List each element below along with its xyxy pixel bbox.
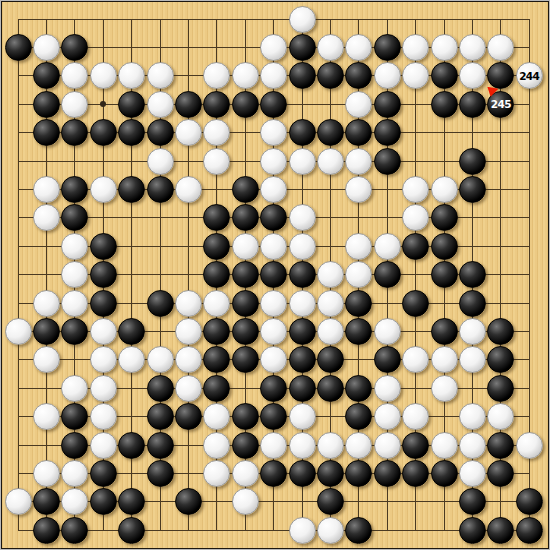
board-intersection[interactable] [89,232,117,260]
board-intersection[interactable] [345,232,373,260]
board-intersection[interactable] [430,374,458,402]
board-intersection[interactable] [260,261,288,289]
board-intersection[interactable] [146,119,174,147]
board-intersection[interactable] [458,346,486,374]
board-intersection[interactable] [118,175,146,203]
board-intersection[interactable] [118,346,146,374]
board-intersection[interactable] [231,488,259,516]
board-intersection[interactable] [61,488,89,516]
board-intersection[interactable] [288,261,316,289]
board-intersection[interactable] [316,175,344,203]
board-intersection[interactable] [174,147,202,175]
board-intersection[interactable] [345,289,373,317]
board-intersection[interactable] [61,431,89,459]
board-intersection[interactable] [32,261,60,289]
board-intersection[interactable] [345,204,373,232]
board-intersection[interactable] [231,62,259,90]
board-intersection[interactable] [89,147,117,175]
board-intersection[interactable] [288,33,316,61]
board-intersection[interactable] [146,90,174,118]
board-intersection[interactable] [288,374,316,402]
board-intersection[interactable] [231,33,259,61]
board-intersection[interactable] [260,147,288,175]
board-intersection[interactable] [203,90,231,118]
board-intersection[interactable] [32,62,60,90]
board-intersection[interactable] [430,346,458,374]
board-intersection[interactable] [89,346,117,374]
board-intersection[interactable] [487,431,515,459]
board-intersection[interactable] [61,33,89,61]
board-intersection[interactable] [487,232,515,260]
board-intersection[interactable] [288,317,316,345]
board-intersection[interactable] [4,33,32,61]
board-intersection[interactable] [118,232,146,260]
board-intersection[interactable] [373,5,401,33]
board-intersection[interactable] [316,33,344,61]
board-intersection[interactable] [373,346,401,374]
board-intersection[interactable] [458,62,486,90]
board-intersection[interactable] [203,175,231,203]
board-intersection[interactable] [174,374,202,402]
board-intersection[interactable] [430,147,458,175]
board-intersection[interactable] [4,204,32,232]
board-intersection[interactable] [487,374,515,402]
board-intersection[interactable] [32,204,60,232]
board-intersection[interactable] [345,459,373,487]
board-intersection[interactable] [316,346,344,374]
board-intersection[interactable] [89,516,117,544]
board-intersection[interactable] [4,5,32,33]
board-intersection[interactable] [203,289,231,317]
board-intersection[interactable] [174,33,202,61]
board-intersection[interactable] [373,90,401,118]
board-intersection[interactable] [458,204,486,232]
board-intersection[interactable] [146,175,174,203]
board-intersection[interactable] [32,90,60,118]
board-intersection[interactable] [61,175,89,203]
board-intersection[interactable] [458,119,486,147]
board-intersection[interactable] [430,431,458,459]
board-intersection[interactable] [174,459,202,487]
board-intersection[interactable] [288,402,316,430]
board-intersection[interactable] [4,346,32,374]
board-intersection[interactable] [345,90,373,118]
board-intersection[interactable] [345,175,373,203]
board-intersection[interactable] [32,374,60,402]
board-intersection[interactable] [61,402,89,430]
board-intersection[interactable] [487,346,515,374]
board-intersection[interactable] [89,119,117,147]
board-intersection[interactable] [430,261,458,289]
board-intersection[interactable] [203,488,231,516]
board-intersection[interactable] [515,402,543,430]
board-intersection[interactable] [316,147,344,175]
board-intersection[interactable] [32,33,60,61]
board-intersection[interactable] [515,204,543,232]
board-intersection[interactable] [430,289,458,317]
board-intersection[interactable] [260,204,288,232]
board-intersection[interactable] [89,317,117,345]
board-intersection[interactable] [89,374,117,402]
board-intersection[interactable] [260,62,288,90]
board-intersection[interactable] [146,147,174,175]
board-intersection[interactable] [118,402,146,430]
board-intersection[interactable] [430,232,458,260]
board-intersection[interactable] [401,232,429,260]
board-intersection[interactable] [316,5,344,33]
board-intersection[interactable] [146,459,174,487]
board-intersection[interactable] [231,346,259,374]
board-intersection[interactable] [174,5,202,33]
board-intersection[interactable] [487,33,515,61]
board-intersection[interactable] [345,431,373,459]
board-intersection[interactable] [515,431,543,459]
board-intersection[interactable] [401,147,429,175]
board-intersection[interactable] [231,402,259,430]
board-intersection[interactable] [146,488,174,516]
board-intersection[interactable] [487,62,515,90]
board-intersection[interactable] [4,62,32,90]
board-intersection[interactable] [288,459,316,487]
board-intersection[interactable] [89,261,117,289]
board-intersection[interactable] [316,232,344,260]
board-intersection[interactable] [174,317,202,345]
board-intersection[interactable] [89,175,117,203]
board-intersection[interactable] [458,317,486,345]
board-intersection[interactable] [401,431,429,459]
board-intersection[interactable] [487,289,515,317]
board-intersection[interactable] [89,33,117,61]
board-intersection[interactable] [458,33,486,61]
board-intersection[interactable] [260,459,288,487]
board-intersection[interactable] [146,232,174,260]
board-intersection[interactable] [32,232,60,260]
board-intersection[interactable] [260,33,288,61]
board-intersection[interactable] [146,374,174,402]
board-intersection[interactable] [288,5,316,33]
board-intersection[interactable] [401,33,429,61]
board-intersection[interactable] [260,431,288,459]
board-intersection[interactable] [32,516,60,544]
board-intersection[interactable] [401,317,429,345]
board-intersection[interactable] [118,488,146,516]
board-intersection[interactable] [458,374,486,402]
board-intersection[interactable] [203,374,231,402]
board-intersection[interactable] [345,62,373,90]
board-intersection[interactable] [4,374,32,402]
board-intersection[interactable] [345,488,373,516]
board-intersection[interactable] [373,516,401,544]
board-intersection[interactable] [174,431,202,459]
board-intersection[interactable] [231,431,259,459]
board-intersection[interactable] [487,175,515,203]
board-intersection[interactable] [458,488,486,516]
board-intersection[interactable] [146,62,174,90]
board-intersection[interactable] [288,488,316,516]
board-intersection[interactable] [260,119,288,147]
board-intersection[interactable] [458,431,486,459]
board-intersection[interactable] [118,204,146,232]
board-intersection[interactable] [32,346,60,374]
board-intersection[interactable] [260,346,288,374]
board-intersection[interactable] [203,147,231,175]
board-intersection[interactable] [231,5,259,33]
board-intersection[interactable] [260,90,288,118]
board-intersection[interactable] [32,459,60,487]
board-intersection[interactable] [430,119,458,147]
board-intersection[interactable] [373,62,401,90]
board-intersection[interactable] [373,33,401,61]
board-intersection[interactable] [231,317,259,345]
board-intersection[interactable] [515,261,543,289]
board-intersection[interactable] [89,431,117,459]
board-intersection[interactable] [4,232,32,260]
board-intersection[interactable] [316,488,344,516]
board-intersection[interactable] [89,62,117,90]
board-intersection[interactable] [146,289,174,317]
board-intersection[interactable] [288,431,316,459]
board-intersection[interactable] [458,175,486,203]
board-intersection[interactable] [4,402,32,430]
board-intersection[interactable] [174,62,202,90]
board-intersection[interactable] [4,90,32,118]
board-intersection[interactable] [203,317,231,345]
board-intersection[interactable] [316,516,344,544]
board-intersection[interactable] [515,459,543,487]
board-intersection[interactable] [4,289,32,317]
board-intersection[interactable] [32,147,60,175]
board-intersection[interactable] [288,175,316,203]
board-intersection[interactable] [458,516,486,544]
board-intersection[interactable] [174,488,202,516]
board-intersection[interactable] [174,90,202,118]
board-intersection[interactable] [118,5,146,33]
board-intersection[interactable] [345,261,373,289]
board-intersection[interactable] [231,516,259,544]
board-intersection[interactable] [515,374,543,402]
board-intersection[interactable]: 245 [487,90,515,118]
board-intersection[interactable] [32,317,60,345]
board-intersection[interactable] [260,5,288,33]
board-intersection[interactable] [430,204,458,232]
board-intersection[interactable] [203,119,231,147]
board-intersection[interactable] [61,232,89,260]
board-intersection[interactable] [288,204,316,232]
board-intersection[interactable] [288,147,316,175]
board-intersection[interactable] [288,90,316,118]
board-intersection[interactable] [458,261,486,289]
board-intersection[interactable] [89,204,117,232]
board-intersection[interactable] [260,289,288,317]
board-intersection[interactable] [118,33,146,61]
board-intersection[interactable] [430,33,458,61]
board-intersection[interactable] [118,261,146,289]
board-intersection[interactable] [458,90,486,118]
board-intersection[interactable] [430,459,458,487]
board-intersection[interactable] [32,5,60,33]
board-intersection[interactable] [203,459,231,487]
board-intersection[interactable] [146,5,174,33]
board-intersection[interactable] [316,431,344,459]
board-intersection[interactable] [288,516,316,544]
board-intersection[interactable] [373,204,401,232]
board-intersection[interactable] [260,488,288,516]
board-intersection[interactable] [4,147,32,175]
board-intersection[interactable] [118,119,146,147]
board-intersection[interactable] [345,147,373,175]
board-intersection[interactable] [203,516,231,544]
board-intersection[interactable] [231,459,259,487]
board-intersection[interactable] [316,62,344,90]
board-intersection[interactable] [174,516,202,544]
board-intersection[interactable] [89,402,117,430]
board-intersection[interactable] [373,459,401,487]
board-intersection[interactable] [4,119,32,147]
board-intersection[interactable] [515,289,543,317]
board-intersection[interactable] [203,33,231,61]
board-intersection[interactable] [32,119,60,147]
board-intersection[interactable] [260,402,288,430]
board-intersection[interactable] [146,261,174,289]
board-intersection[interactable] [61,147,89,175]
board-intersection[interactable] [32,175,60,203]
board-intersection[interactable] [401,374,429,402]
board-intersection[interactable] [146,346,174,374]
board-intersection[interactable] [203,402,231,430]
board-intersection[interactable] [32,488,60,516]
board-intersection[interactable] [146,516,174,544]
board-intersection[interactable] [4,175,32,203]
board-intersection[interactable] [316,459,344,487]
board-intersection[interactable] [61,204,89,232]
board-intersection[interactable] [174,402,202,430]
board-intersection[interactable] [345,516,373,544]
board-intersection[interactable] [458,289,486,317]
board-intersection[interactable] [515,5,543,33]
board-intersection[interactable] [4,516,32,544]
board-intersection[interactable] [515,516,543,544]
board-intersection[interactable] [345,374,373,402]
board-intersection[interactable] [373,431,401,459]
board-intersection[interactable] [231,147,259,175]
board-intersection[interactable] [515,317,543,345]
board-intersection[interactable] [203,62,231,90]
board-intersection[interactable] [345,317,373,345]
board-intersection[interactable] [260,374,288,402]
board-intersection[interactable] [515,175,543,203]
board-intersection[interactable] [203,346,231,374]
board-intersection[interactable] [401,488,429,516]
board-intersection[interactable] [61,516,89,544]
board-intersection[interactable] [89,289,117,317]
board-intersection[interactable] [146,33,174,61]
board-intersection[interactable] [401,5,429,33]
board-intersection[interactable] [203,431,231,459]
board-intersection[interactable] [174,119,202,147]
board-intersection[interactable] [89,5,117,33]
board-intersection[interactable] [458,147,486,175]
board-intersection[interactable] [401,62,429,90]
board-intersection[interactable] [515,90,543,118]
board-intersection[interactable] [61,119,89,147]
board-intersection[interactable] [118,147,146,175]
board-intersection[interactable] [487,488,515,516]
board-intersection[interactable] [401,261,429,289]
board-intersection[interactable] [487,261,515,289]
board-intersection[interactable] [458,459,486,487]
board-intersection[interactable] [146,317,174,345]
board-intersection[interactable] [174,346,202,374]
board-intersection[interactable] [487,5,515,33]
board-intersection[interactable] [4,431,32,459]
board-intersection[interactable] [373,317,401,345]
board-intersection[interactable] [61,289,89,317]
board-intersection[interactable] [203,261,231,289]
board-intersection[interactable] [146,402,174,430]
board-intersection[interactable] [401,119,429,147]
board-intersection[interactable] [118,374,146,402]
board-intersection[interactable] [288,289,316,317]
board-intersection[interactable] [316,374,344,402]
board-intersection[interactable] [174,232,202,260]
board-intersection[interactable] [61,62,89,90]
board-intersection[interactable] [345,119,373,147]
board-intersection[interactable] [61,5,89,33]
board-intersection[interactable] [260,175,288,203]
board-intersection[interactable] [118,317,146,345]
board-intersection[interactable] [458,5,486,33]
board-intersection[interactable] [260,317,288,345]
board-intersection[interactable] [118,516,146,544]
board-intersection[interactable] [316,317,344,345]
board-intersection[interactable] [373,488,401,516]
board-intersection[interactable] [345,5,373,33]
board-intersection[interactable] [89,459,117,487]
board-intersection[interactable] [146,431,174,459]
board-intersection[interactable] [401,289,429,317]
board-intersection[interactable] [4,261,32,289]
board-intersection[interactable] [174,261,202,289]
board-intersection[interactable] [487,317,515,345]
board-intersection[interactable]: 244 [515,62,543,90]
board-intersection[interactable] [89,488,117,516]
board-intersection[interactable] [515,488,543,516]
board-intersection[interactable] [174,175,202,203]
board-intersection[interactable] [458,232,486,260]
board-intersection[interactable] [458,402,486,430]
board-intersection[interactable] [430,317,458,345]
board-intersection[interactable] [146,204,174,232]
board-intersection[interactable] [373,147,401,175]
board-intersection[interactable] [487,516,515,544]
board-intersection[interactable] [373,175,401,203]
board-intersection[interactable] [61,346,89,374]
board-intersection[interactable] [345,346,373,374]
board-intersection[interactable] [430,90,458,118]
board-intersection[interactable] [515,119,543,147]
board-intersection[interactable] [118,459,146,487]
board-intersection[interactable] [288,232,316,260]
board-intersection[interactable] [401,175,429,203]
board-intersection[interactable] [316,402,344,430]
board-intersection[interactable] [4,317,32,345]
board-intersection[interactable] [401,402,429,430]
board-intersection[interactable] [32,431,60,459]
board-intersection[interactable] [32,402,60,430]
board-intersection[interactable] [118,62,146,90]
board-intersection[interactable] [487,459,515,487]
board-intersection[interactable] [231,261,259,289]
